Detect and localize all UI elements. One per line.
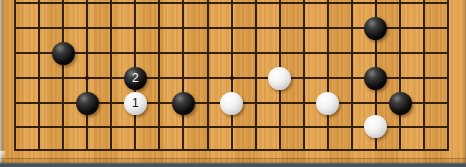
grid-hline bbox=[14, 52, 449, 54]
move-number-label: 2 bbox=[132, 72, 139, 84]
grid-vline bbox=[110, 0, 112, 151]
grid-vline bbox=[207, 0, 209, 151]
grid-vline bbox=[327, 0, 329, 151]
black-stone[interactable] bbox=[389, 92, 412, 115]
grid-vline bbox=[447, 0, 449, 151]
board-left-bevel bbox=[0, 0, 4, 167]
grid-vline bbox=[38, 0, 40, 151]
grid-vline bbox=[303, 0, 305, 151]
grid-vline bbox=[158, 0, 160, 151]
black-stone[interactable] bbox=[364, 67, 387, 90]
star-point bbox=[85, 76, 89, 80]
grid-hline bbox=[14, 2, 449, 4]
black-stone[interactable]: 2 bbox=[124, 67, 147, 90]
board-bottom-edge bbox=[0, 158, 466, 167]
grid-vline bbox=[255, 0, 257, 151]
star-point bbox=[230, 76, 234, 80]
white-stone[interactable] bbox=[268, 67, 291, 90]
white-stone[interactable]: 1 bbox=[124, 92, 147, 115]
grid-vline bbox=[399, 0, 401, 151]
black-stone[interactable] bbox=[76, 92, 99, 115]
white-stone[interactable] bbox=[316, 92, 339, 115]
grid-vline bbox=[182, 0, 184, 151]
black-stone[interactable] bbox=[364, 17, 387, 40]
grid-vline bbox=[423, 0, 425, 151]
black-stone[interactable] bbox=[52, 42, 75, 65]
black-stone[interactable] bbox=[172, 92, 195, 115]
go-board[interactable]: 21 bbox=[0, 0, 466, 167]
move-number-label: 1 bbox=[132, 97, 139, 109]
grid-vline bbox=[351, 0, 353, 151]
white-stone[interactable] bbox=[364, 115, 387, 138]
board-corner-highlight bbox=[0, 151, 5, 163]
white-stone[interactable] bbox=[220, 92, 243, 115]
grid-vline bbox=[62, 0, 64, 151]
go-board-screenshot: 21 bbox=[0, 0, 466, 167]
grid-vline bbox=[14, 0, 16, 151]
grid-hline bbox=[14, 149, 449, 151]
